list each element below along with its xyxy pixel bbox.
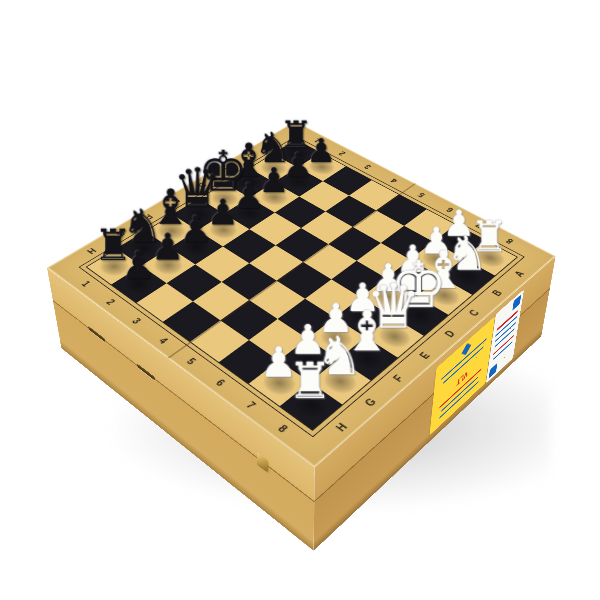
pieces-layer: ♜♞♝♚♛♝♞♜♟♟♟♟♟♟♟♟♟♟♟♟♟♟♟♟♜♞♝♚♛♝♞♜ <box>47 121 556 467</box>
blue-logo-icon <box>512 294 521 310</box>
black-pawn-glyph: ♟ <box>107 246 169 284</box>
brand-text: VLT <box>456 369 468 387</box>
board-top-face: 12345678 12345678 ABCDEFGH ABCDEFGH ♜♞♝♚… <box>47 121 556 467</box>
blue-logo-icon <box>489 363 498 379</box>
chess-box: 12345678 12345678 ABCDEFGH ABCDEFGH ♜♞♝♚… <box>47 121 556 467</box>
scene: 12345678 12345678 ABCDEFGH ABCDEFGH ♜♞♝♚… <box>0 0 600 600</box>
product-photo-stage: 12345678 12345678 ABCDEFGH ABCDEFGH ♜♞♝♚… <box>0 0 600 600</box>
blue-diamond-icon <box>461 343 471 355</box>
white-rook-glyph: ♜ <box>275 356 345 406</box>
